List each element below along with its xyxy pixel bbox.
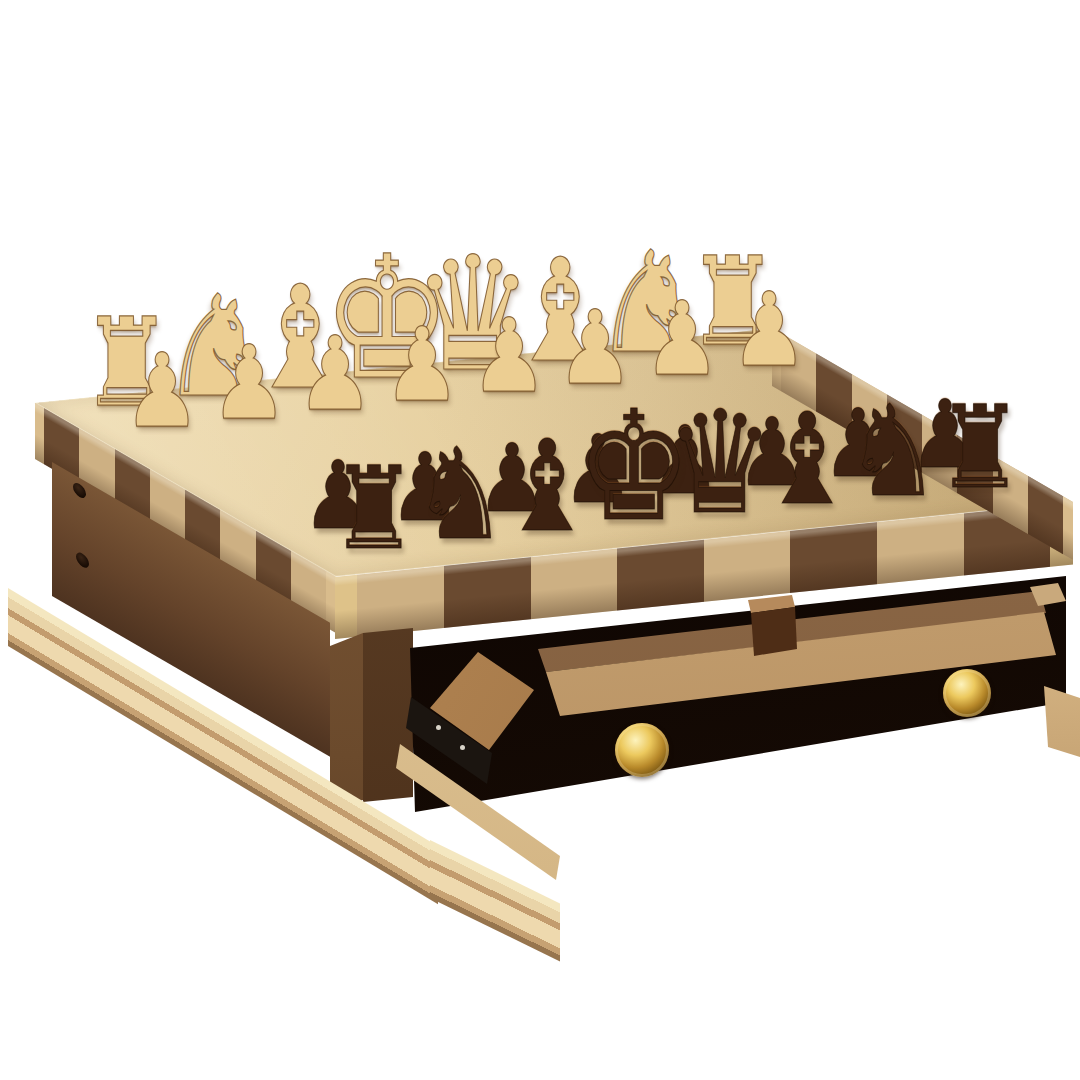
piece-black-knight[interactable]: ♞ xyxy=(412,432,508,558)
slide-screw xyxy=(436,725,441,730)
piece-white-pawn[interactable]: ♟ xyxy=(123,340,201,442)
piece-black-knight[interactable]: ♞ xyxy=(845,389,941,515)
piece-white-pawn[interactable]: ♟ xyxy=(730,279,808,381)
piece-black-bishop[interactable]: ♝ xyxy=(759,397,855,523)
piece-white-pawn[interactable]: ♟ xyxy=(470,305,548,407)
piece-white-pawn[interactable]: ♟ xyxy=(383,314,461,416)
dowel-pin xyxy=(76,550,89,571)
chess-set-photo: ♜♞♝♚♛♝♞♜♟♟♟♟♟♟♟♟♟♟♟♟♟♟♟♟♜♞♝♚♛♝♞♜ xyxy=(0,0,1080,1080)
drawer-knob-left[interactable] xyxy=(615,723,669,777)
piece-black-rook[interactable]: ♜ xyxy=(330,452,417,566)
piece-white-pawn[interactable]: ♟ xyxy=(643,288,721,390)
drawer-knob-right[interactable] xyxy=(943,669,991,717)
slide-screw xyxy=(460,745,465,750)
piece-white-pawn[interactable]: ♟ xyxy=(210,332,288,434)
dowel-pin xyxy=(73,480,86,501)
piece-white-pawn[interactable]: ♟ xyxy=(297,323,375,425)
piece-black-rook[interactable]: ♜ xyxy=(937,391,1024,505)
